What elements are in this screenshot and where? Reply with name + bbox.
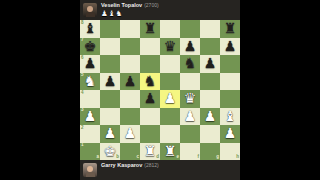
- captured-knight-icon: ♞: [115, 9, 122, 18]
- video-frame: Veselin Topalov(2700) ♟♝♞ 8♝♜♜7♚♛♟♟6♟♞♟5…: [0, 0, 320, 180]
- square-a1[interactable]: 1a: [80, 143, 100, 161]
- top-player-name: Veselin Topalov: [101, 2, 142, 8]
- file-label-b: b: [116, 155, 119, 160]
- file-label-g: g: [216, 155, 219, 160]
- square-f7[interactable]: ♟: [180, 38, 200, 56]
- square-e4[interactable]: ♟: [160, 90, 180, 108]
- top-player-bar: Veselin Topalov(2700) ♟♝♞: [80, 0, 240, 20]
- white-pawn[interactable]: ♟: [124, 125, 137, 143]
- square-a8[interactable]: 8♝: [80, 20, 100, 38]
- white-pawn[interactable]: ♟: [104, 125, 117, 143]
- square-e8[interactable]: [160, 20, 180, 38]
- square-e7[interactable]: ♛: [160, 38, 180, 56]
- white-bishop[interactable]: ♝: [224, 108, 237, 126]
- square-c3[interactable]: [120, 108, 140, 126]
- top-player-name-line: Veselin Topalov(2700): [101, 3, 159, 9]
- file-label-h: h: [236, 155, 239, 160]
- black-pawn[interactable]: ♟: [184, 38, 197, 56]
- bottom-player-rating: (2812): [144, 162, 158, 168]
- square-b3[interactable]: [100, 108, 120, 126]
- black-knight[interactable]: ♞: [144, 73, 157, 91]
- bottom-player-name-line: Garry Kasparov(2812): [101, 163, 159, 169]
- top-player-info: Veselin Topalov(2700) ♟♝♞: [101, 3, 159, 18]
- black-pawn[interactable]: ♟: [204, 55, 217, 73]
- black-rook[interactable]: ♜: [224, 20, 237, 38]
- black-queen[interactable]: ♛: [164, 38, 177, 56]
- square-b2[interactable]: ♟: [100, 125, 120, 143]
- square-h8[interactable]: ♜: [220, 20, 240, 38]
- white-pawn[interactable]: ♟: [164, 90, 177, 108]
- square-f2[interactable]: [180, 125, 200, 143]
- square-f5[interactable]: [180, 73, 200, 91]
- square-d5[interactable]: ♞: [140, 73, 160, 91]
- rank-label-7: 7: [81, 38, 84, 43]
- square-b5[interactable]: ♟: [100, 73, 120, 91]
- square-f4[interactable]: ♛: [180, 90, 200, 108]
- square-d3[interactable]: [140, 108, 160, 126]
- square-f3[interactable]: ♟: [180, 108, 200, 126]
- top-player-captured-pieces: ♟♝♞: [101, 10, 159, 18]
- square-h3[interactable]: ♝: [220, 108, 240, 126]
- square-c4[interactable]: [120, 90, 140, 108]
- square-b7[interactable]: [100, 38, 120, 56]
- black-bishop[interactable]: ♝: [84, 20, 97, 38]
- bottom-player-info: Garry Kasparov(2812): [101, 163, 159, 178]
- white-pawn[interactable]: ♟: [184, 108, 197, 126]
- square-g6[interactable]: ♟: [200, 55, 220, 73]
- black-pawn[interactable]: ♟: [144, 90, 157, 108]
- square-g4[interactable]: [200, 90, 220, 108]
- square-h7[interactable]: ♟: [220, 38, 240, 56]
- square-e1[interactable]: e♜: [160, 143, 180, 161]
- bottom-player-avatar: [83, 163, 97, 177]
- square-a3[interactable]: 3♟: [80, 108, 100, 126]
- square-h5[interactable]: [220, 73, 240, 91]
- square-e3[interactable]: [160, 108, 180, 126]
- bottom-player-bar: Garry Kasparov(2812): [80, 160, 240, 180]
- rank-label-4: 4: [81, 91, 84, 96]
- black-pawn[interactable]: ♟: [224, 38, 237, 56]
- square-g8[interactable]: [200, 20, 220, 38]
- black-pawn[interactable]: ♟: [84, 55, 97, 73]
- bottom-player-name: Garry Kasparov: [101, 162, 142, 168]
- square-a5[interactable]: 5♞: [80, 73, 100, 91]
- bottom-player-captured-pieces: [101, 170, 159, 178]
- rank-label-5: 5: [81, 73, 84, 78]
- square-h2[interactable]: ♟: [220, 125, 240, 143]
- square-b4[interactable]: [100, 90, 120, 108]
- square-d4[interactable]: ♟: [140, 90, 160, 108]
- square-d7[interactable]: [140, 38, 160, 56]
- square-a7[interactable]: 7♚: [80, 38, 100, 56]
- rank-label-2: 2: [81, 126, 84, 131]
- black-pawn[interactable]: ♟: [104, 73, 117, 91]
- top-player-avatar: [83, 3, 97, 17]
- square-e2[interactable]: [160, 125, 180, 143]
- square-a2[interactable]: 2: [80, 125, 100, 143]
- white-knight[interactable]: ♞: [84, 73, 97, 91]
- white-king[interactable]: ♚: [104, 143, 117, 161]
- square-d6[interactable]: [140, 55, 160, 73]
- white-queen[interactable]: ♛: [184, 90, 197, 108]
- square-e5[interactable]: [160, 73, 180, 91]
- square-g1[interactable]: g: [200, 143, 220, 161]
- square-c6[interactable]: [120, 55, 140, 73]
- game-panel: Veselin Topalov(2700) ♟♝♞ 8♝♜♜7♚♛♟♟6♟♞♟5…: [80, 0, 240, 180]
- black-rook[interactable]: ♜: [144, 20, 157, 38]
- square-f6[interactable]: ♞: [180, 55, 200, 73]
- square-h4[interactable]: [220, 90, 240, 108]
- square-b1[interactable]: b♚: [100, 143, 120, 161]
- top-player-rating: (2700): [144, 2, 158, 8]
- black-king[interactable]: ♚: [84, 38, 97, 56]
- rank-label-8: 8: [81, 21, 84, 26]
- square-e6[interactable]: [160, 55, 180, 73]
- square-b6[interactable]: [100, 55, 120, 73]
- square-f8[interactable]: [180, 20, 200, 38]
- square-c2[interactable]: ♟: [120, 125, 140, 143]
- rank-label-3: 3: [81, 108, 84, 113]
- square-g2[interactable]: [200, 125, 220, 143]
- square-g3[interactable]: ♟: [200, 108, 220, 126]
- rank-label-1: 1: [81, 143, 84, 148]
- square-d1[interactable]: d♜: [140, 143, 160, 161]
- white-rook[interactable]: ♜: [144, 143, 157, 161]
- rank-label-6: 6: [81, 56, 84, 61]
- square-d2[interactable]: [140, 125, 160, 143]
- file-label-a: a: [96, 155, 99, 160]
- square-c8[interactable]: [120, 20, 140, 38]
- file-label-c: c: [136, 155, 139, 160]
- square-b8[interactable]: [100, 20, 120, 38]
- file-label-f: f: [198, 155, 200, 160]
- square-a6[interactable]: 6♟: [80, 55, 100, 73]
- square-h1[interactable]: h: [220, 143, 240, 161]
- white-rook[interactable]: ♜: [164, 143, 177, 161]
- square-g7[interactable]: [200, 38, 220, 56]
- square-h6[interactable]: [220, 55, 240, 73]
- black-pawn[interactable]: ♟: [124, 73, 137, 91]
- square-c1[interactable]: c: [120, 143, 140, 161]
- square-d8[interactable]: ♜: [140, 20, 160, 38]
- square-a4[interactable]: 4: [80, 90, 100, 108]
- white-pawn[interactable]: ♟: [84, 108, 97, 126]
- white-pawn[interactable]: ♟: [224, 125, 237, 143]
- square-g5[interactable]: [200, 73, 220, 91]
- file-label-d: d: [156, 155, 159, 160]
- black-knight[interactable]: ♞: [184, 55, 197, 73]
- chess-board: 8♝♜♜7♚♛♟♟6♟♞♟5♞♟♟♞4♟♟♛3♟♟♟♝2♟♟♟1ab♚cd♜e♜…: [80, 20, 240, 160]
- square-c5[interactable]: ♟: [120, 73, 140, 91]
- square-f1[interactable]: f: [180, 143, 200, 161]
- square-c7[interactable]: [120, 38, 140, 56]
- white-pawn[interactable]: ♟: [204, 108, 217, 126]
- file-label-e: e: [176, 155, 179, 160]
